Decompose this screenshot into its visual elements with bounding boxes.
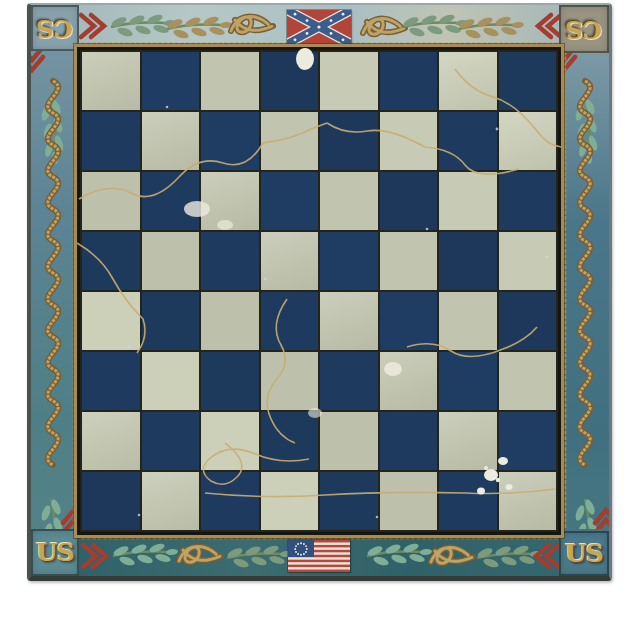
square-a7[interactable]	[82, 112, 140, 170]
square-g4[interactable]	[439, 292, 497, 350]
square-d7[interactable]	[261, 112, 319, 170]
square-d4[interactable]	[261, 292, 319, 350]
square-e2[interactable]	[320, 412, 378, 470]
square-g8[interactable]	[439, 52, 497, 110]
square-f6[interactable]	[380, 172, 438, 230]
square-e8[interactable]	[320, 52, 378, 110]
corner-label-us-bottom-left: US	[31, 529, 79, 576]
frame-left-border	[31, 5, 77, 576]
square-f7[interactable]	[380, 112, 438, 170]
square-h1[interactable]	[499, 472, 557, 530]
square-b4[interactable]	[142, 292, 200, 350]
square-e6[interactable]	[320, 172, 378, 230]
square-f2[interactable]	[380, 412, 438, 470]
square-e4[interactable]	[320, 292, 378, 350]
square-d6[interactable]	[261, 172, 319, 230]
square-h8[interactable]	[499, 52, 557, 110]
square-a1[interactable]	[82, 472, 140, 530]
square-a4[interactable]	[82, 292, 140, 350]
square-c7[interactable]	[201, 112, 259, 170]
square-c6[interactable]	[201, 172, 259, 230]
square-c2[interactable]	[201, 412, 259, 470]
square-b6[interactable]	[142, 172, 200, 230]
square-d8[interactable]	[261, 52, 319, 110]
square-f4[interactable]	[380, 292, 438, 350]
square-c4[interactable]	[201, 292, 259, 350]
square-e7[interactable]	[320, 112, 378, 170]
square-g1[interactable]	[439, 472, 497, 530]
square-g6[interactable]	[439, 172, 497, 230]
square-d2[interactable]	[261, 412, 319, 470]
square-d5[interactable]	[261, 232, 319, 290]
square-f1[interactable]	[380, 472, 438, 530]
square-c8[interactable]	[201, 52, 259, 110]
square-g2[interactable]	[439, 412, 497, 470]
corner-letter: US	[36, 538, 74, 567]
square-b1[interactable]	[142, 472, 200, 530]
square-f3[interactable]	[380, 352, 438, 410]
square-b7[interactable]	[142, 112, 200, 170]
corner-label-cs-top-right: CS	[559, 5, 609, 53]
square-g5[interactable]	[439, 232, 497, 290]
square-b2[interactable]	[142, 412, 200, 470]
checkerboard	[77, 47, 561, 535]
square-a6[interactable]	[82, 172, 140, 230]
square-h5[interactable]	[499, 232, 557, 290]
square-a8[interactable]	[82, 52, 140, 110]
square-g7[interactable]	[439, 112, 497, 170]
square-g3[interactable]	[439, 352, 497, 410]
square-e3[interactable]	[320, 352, 378, 410]
square-e1[interactable]	[320, 472, 378, 530]
corner-label-cs-top-left: CS	[31, 5, 79, 51]
square-h4[interactable]	[499, 292, 557, 350]
square-c5[interactable]	[201, 232, 259, 290]
square-a5[interactable]	[82, 232, 140, 290]
square-f8[interactable]	[380, 52, 438, 110]
square-b5[interactable]	[142, 232, 200, 290]
square-e5[interactable]	[320, 232, 378, 290]
square-h6[interactable]	[499, 172, 557, 230]
confederate-flag	[287, 10, 351, 44]
chess-board: CS CS US US	[27, 3, 612, 581]
square-f5[interactable]	[380, 232, 438, 290]
square-c3[interactable]	[201, 352, 259, 410]
square-a3[interactable]	[82, 352, 140, 410]
corner-letter: CS	[37, 14, 73, 43]
us-flag	[288, 540, 350, 572]
square-c1[interactable]	[201, 472, 259, 530]
board-photo: CS CS US US	[0, 0, 640, 640]
square-b3[interactable]	[142, 352, 200, 410]
corner-label-us-bottom-right: US	[559, 531, 609, 576]
corner-letter: CS	[566, 15, 602, 44]
square-h3[interactable]	[499, 352, 557, 410]
corner-letter: US	[565, 539, 603, 568]
square-h7[interactable]	[499, 112, 557, 170]
square-b8[interactable]	[142, 52, 200, 110]
square-h2[interactable]	[499, 412, 557, 470]
square-a2[interactable]	[82, 412, 140, 470]
square-d3[interactable]	[261, 352, 319, 410]
frame-right-border	[561, 5, 609, 576]
square-d1[interactable]	[261, 472, 319, 530]
